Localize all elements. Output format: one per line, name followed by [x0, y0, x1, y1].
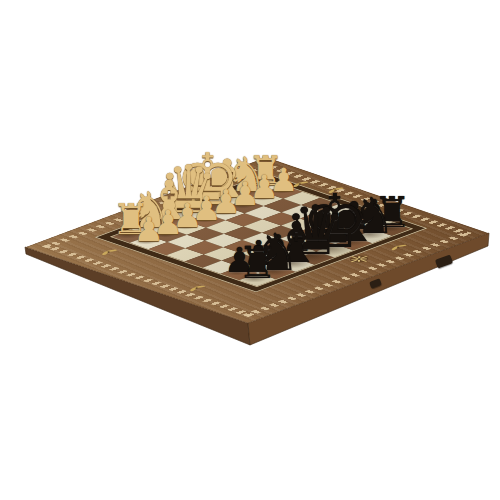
- piece-white-pawn-a2: ♟: [134, 214, 164, 248]
- product-photo-scene: ♜♟♞♟♝♟♚♟♛♟♝♟♟♞♜♟♟♜♞♟♟♝♟♚♟♛♟♝♟♞♟♜: [0, 0, 500, 500]
- piece-black-rook-a8: ♜: [238, 241, 278, 285]
